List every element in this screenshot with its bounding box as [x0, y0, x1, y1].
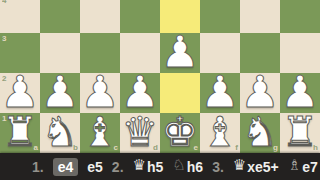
piece-white-knight[interactable]: ♞: [240, 112, 280, 152]
square-c1[interactable]: c♝: [80, 113, 120, 153]
move-xe5+[interactable]: ♛xe5+: [233, 159, 279, 175]
move-text: h5: [147, 159, 163, 175]
square-c4[interactable]: [80, 0, 120, 33]
move-text: e7: [302, 159, 318, 175]
move-e5[interactable]: e5: [87, 159, 103, 175]
piece-white-rook[interactable]: ♜: [0, 112, 40, 152]
square-d4[interactable]: [120, 0, 160, 33]
square-b4[interactable]: [40, 0, 80, 33]
move-number: 2.: [112, 159, 124, 175]
piece-white-pawn[interactable]: ♟: [280, 72, 320, 112]
square-b2[interactable]: ♟: [40, 73, 80, 113]
piece-white-pawn[interactable]: ♟: [40, 72, 80, 112]
square-c2[interactable]: ♟: [80, 73, 120, 113]
piece-white-queen[interactable]: ♛: [120, 112, 160, 152]
white-queen-figurine-icon: ♛: [133, 158, 146, 173]
square-b1[interactable]: b♞: [40, 113, 80, 153]
square-a2[interactable]: 2♟: [0, 73, 40, 113]
square-f4[interactable]: [200, 0, 240, 33]
piece-white-pawn[interactable]: ♟: [120, 72, 160, 112]
move-number: 3.: [212, 159, 224, 175]
piece-white-rook[interactable]: ♜: [280, 112, 320, 152]
square-h2[interactable]: ♟: [280, 73, 320, 113]
chess-board: 43♟2♟♟♟♟♟♟♟1a♜b♞c♝d♛e♚f♝g♞h♜: [0, 0, 320, 153]
move-e4[interactable]: e4: [53, 158, 79, 176]
piece-white-pawn[interactable]: ♟: [200, 72, 240, 112]
piece-white-pawn[interactable]: ♟: [160, 32, 200, 72]
move-list-bar: 1.e4e52.♛h5♘h63.♛xe5+♗e7: [0, 153, 320, 180]
move-text: xe5+: [247, 159, 279, 175]
rank-label-3: 3: [2, 35, 6, 43]
piece-white-bishop[interactable]: ♝: [80, 112, 120, 152]
move-h5[interactable]: ♛h5: [133, 159, 164, 175]
piece-white-knight[interactable]: ♞: [40, 112, 80, 152]
move-h6[interactable]: ♘h6: [172, 159, 203, 175]
square-g4[interactable]: [240, 0, 280, 33]
square-e1[interactable]: e♚: [160, 113, 200, 153]
square-a4[interactable]: 4: [0, 0, 40, 33]
move-number: 1.: [32, 159, 44, 175]
rank-label-4: 4: [2, 0, 6, 5]
square-e3[interactable]: ♟: [160, 33, 200, 73]
square-f2[interactable]: ♟: [200, 73, 240, 113]
move-e7[interactable]: ♗e7: [288, 159, 318, 175]
move-text: e5: [87, 159, 103, 175]
piece-white-bishop[interactable]: ♝: [200, 112, 240, 152]
piece-white-pawn[interactable]: ♟: [0, 72, 40, 112]
square-a1[interactable]: 1a♜: [0, 113, 40, 153]
square-h4[interactable]: [280, 0, 320, 33]
square-d1[interactable]: d♛: [120, 113, 160, 153]
square-g1[interactable]: g♞: [240, 113, 280, 153]
black-bishop-figurine-icon: ♗: [288, 158, 301, 173]
square-e2[interactable]: [160, 73, 200, 113]
piece-white-pawn[interactable]: ♟: [80, 72, 120, 112]
square-f1[interactable]: f♝: [200, 113, 240, 153]
white-queen-figurine-icon: ♛: [233, 158, 246, 173]
piece-white-pawn[interactable]: ♟: [240, 72, 280, 112]
square-h1[interactable]: h♜: [280, 113, 320, 153]
move-text: e4: [58, 159, 74, 175]
piece-white-king[interactable]: ♚: [160, 112, 200, 152]
black-knight-figurine-icon: ♘: [172, 158, 185, 173]
move-text: h6: [187, 159, 203, 175]
chess-review-screen: 43♟2♟♟♟♟♟♟♟1a♜b♞c♝d♛e♚f♝g♞h♜ 1.e4e52.♛h5…: [0, 0, 320, 180]
square-d2[interactable]: ♟: [120, 73, 160, 113]
square-g2[interactable]: ♟: [240, 73, 280, 113]
